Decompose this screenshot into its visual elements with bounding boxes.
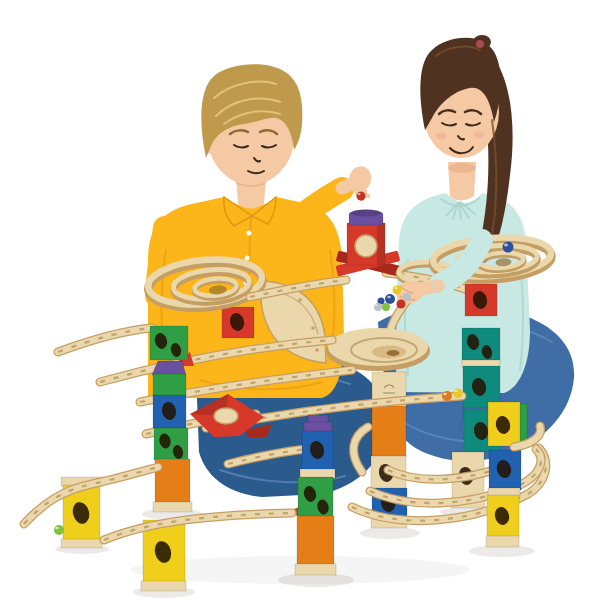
base-pad xyxy=(153,502,192,512)
blush xyxy=(474,132,484,139)
marble-being-dropped xyxy=(357,192,366,201)
rail-left-exit xyxy=(58,328,152,352)
photo-canvas: Two children playing with a wooden marbl… xyxy=(0,0,600,600)
funnel-mouth xyxy=(351,210,381,217)
spiral-support-block xyxy=(222,307,254,338)
block-green xyxy=(153,374,186,396)
right-outer-column xyxy=(486,402,521,547)
marble-on-rail xyxy=(442,391,452,401)
left-tower xyxy=(150,326,192,512)
block-teal xyxy=(462,328,500,362)
top-funnel-tower xyxy=(335,210,400,277)
spiral-support-block xyxy=(465,284,497,316)
funnel-disc xyxy=(214,408,238,424)
cube-wood-disc xyxy=(355,235,377,257)
base-pad xyxy=(61,539,102,548)
button xyxy=(247,231,252,236)
swirl-dish xyxy=(326,328,430,371)
cube-shade xyxy=(377,223,385,265)
scene-illustration: Two children playing with a wooden marbl… xyxy=(0,0,600,600)
block-shadow xyxy=(360,527,420,539)
marble-on-spiral xyxy=(503,242,514,253)
base-pad xyxy=(295,564,336,575)
block-orange xyxy=(297,516,334,566)
base-pad xyxy=(141,581,186,591)
marble-on-rail xyxy=(454,389,463,398)
blush xyxy=(436,133,446,140)
hair-tie xyxy=(476,40,484,48)
marble-silver xyxy=(374,303,382,311)
block-orange xyxy=(372,406,406,458)
block-purple-wedge xyxy=(152,361,186,375)
swirl-hole xyxy=(387,350,400,356)
base-pad xyxy=(486,536,519,547)
button xyxy=(245,256,250,261)
rail xyxy=(104,513,292,540)
neck-shadow xyxy=(448,163,476,173)
marble-on-floor xyxy=(54,525,64,535)
